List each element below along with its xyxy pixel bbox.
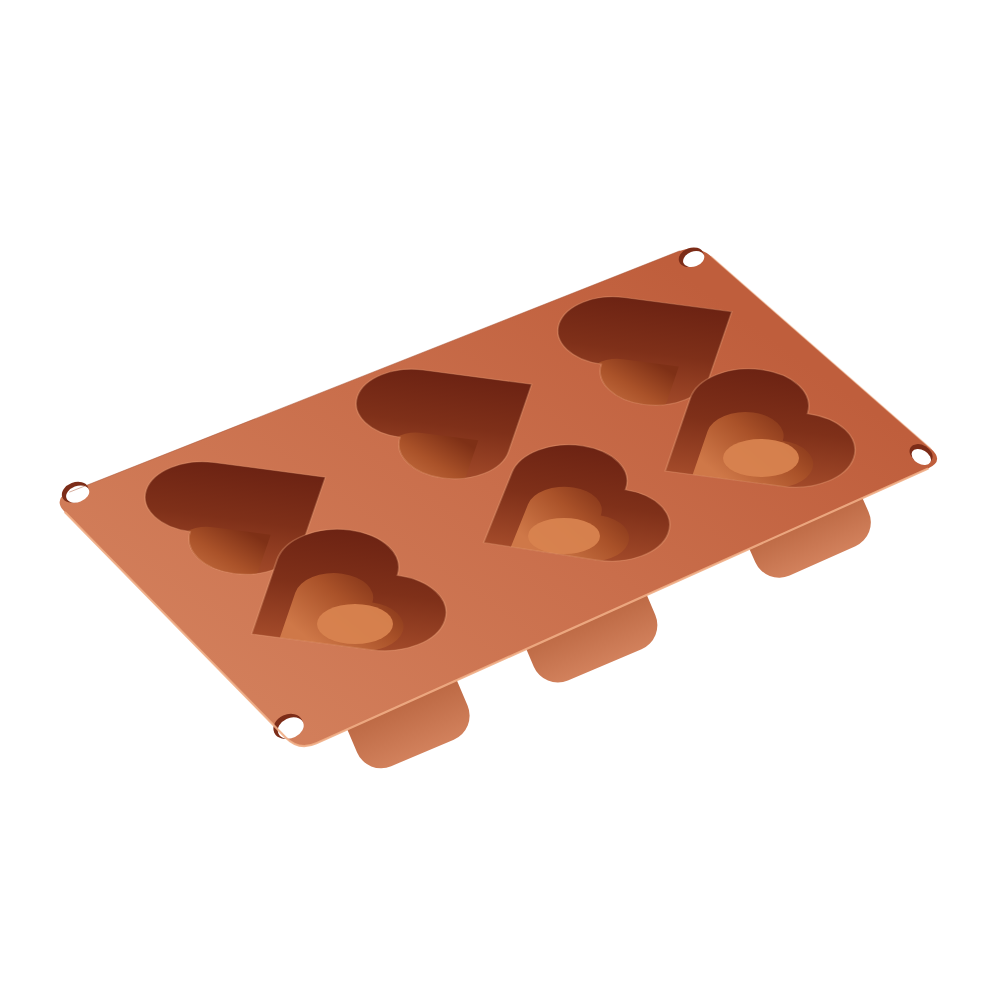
silicone-mould-photo <box>0 0 1000 1000</box>
floor-highlight <box>528 518 600 554</box>
mould-svg <box>0 0 1000 1000</box>
floor-highlight <box>317 604 393 644</box>
product-photo-stage <box>0 0 1000 1000</box>
floor-highlight <box>723 439 799 477</box>
